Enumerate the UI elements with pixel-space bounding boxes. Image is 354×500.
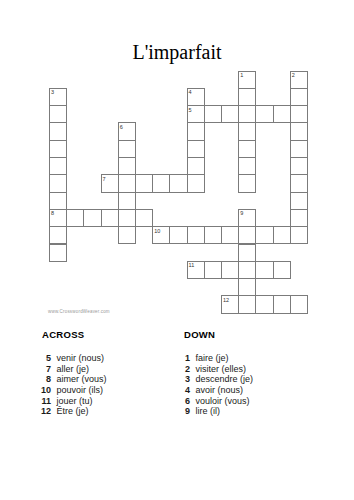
grid-cell-r3c4: 6 [118, 122, 136, 140]
grid-cell-r6c5 [135, 174, 153, 192]
grid-cell-r9c7 [169, 226, 187, 244]
across-clue-5: 5venir (nous) [38, 353, 178, 364]
grid-cell-r13c10: 12 [221, 295, 239, 313]
down-clue-9: 9lire (il) [180, 406, 330, 417]
grid-cell-r11c9 [204, 261, 222, 279]
down-header: DOWN [184, 330, 330, 340]
cell-number-11: 11 [189, 262, 195, 268]
grid-cell-r0c14: 2 [290, 71, 308, 89]
cell-number-4: 4 [189, 89, 192, 95]
across-clue-number-5: 5 [38, 353, 51, 363]
cell-number-10: 10 [154, 228, 160, 234]
grid-cell-r11c8: 11 [187, 261, 205, 279]
grid-cell-r8c2 [83, 209, 101, 227]
across-section: ACROSS 5venir (nous)7aller (je)8aimer (v… [38, 330, 178, 417]
grid-cell-r6c7 [169, 174, 187, 192]
grid-cell-r2c9 [204, 105, 222, 123]
grid-cell-r9c14 [290, 226, 308, 244]
grid-cell-r6c3: 7 [101, 174, 119, 192]
across-header: ACROSS [42, 330, 178, 340]
grid-cell-r9c4 [118, 226, 136, 244]
grid-cell-r9c0 [49, 226, 67, 244]
across-clue-text-7: aller (je) [57, 364, 90, 374]
grid-cell-r4c0 [49, 140, 67, 158]
grid-cell-r4c4 [118, 140, 136, 158]
grid-cell-r2c0 [49, 105, 67, 123]
grid-cell-r9c12 [255, 226, 273, 244]
grid-cell-r2c11 [238, 105, 256, 123]
down-clue-number-4: 4 [180, 385, 190, 395]
across-clue-list: 5venir (nous)7aller (je)8aimer (vous)10p… [38, 353, 178, 417]
grid-cell-r8c11: 9 [238, 209, 256, 227]
down-clue-text-4: avoir (nous) [196, 385, 244, 395]
grid-cell-r8c1 [66, 209, 84, 227]
grid-cell-r13c14 [290, 295, 308, 313]
grid-cell-r2c8: 5 [187, 105, 205, 123]
puzzle-title: L'imparfait [0, 42, 354, 62]
grid-cell-r5c0 [49, 157, 67, 175]
grid-cell-r12c11 [238, 278, 256, 296]
down-clue-number-3: 3 [180, 374, 190, 384]
grid-cell-r2c10 [221, 105, 239, 123]
across-clue-8: 8aimer (vous) [38, 374, 178, 385]
grid-cell-r4c11 [238, 140, 256, 158]
grid-cell-r2c13 [273, 105, 291, 123]
across-clue-number-8: 8 [38, 374, 51, 384]
cell-number-8: 8 [51, 210, 54, 216]
across-clue-12: 12Être (je) [38, 406, 178, 417]
grid-cell-r5c8 [187, 157, 205, 175]
across-clue-number-12: 12 [38, 406, 51, 416]
grid-cell-r2c12 [255, 105, 273, 123]
grid-cell-r11c11 [238, 261, 256, 279]
down-clue-text-3: descendre (je) [196, 374, 254, 384]
cell-number-2: 2 [292, 72, 295, 78]
grid-cell-r9c9 [204, 226, 222, 244]
across-clue-number-10: 10 [38, 385, 51, 395]
down-clue-3: 3descendre (je) [180, 374, 330, 385]
grid-cell-r2c14 [290, 105, 308, 123]
grid-cell-r3c8 [187, 122, 205, 140]
grid-cell-r9c13 [273, 226, 291, 244]
grid-cell-r11c12 [255, 261, 273, 279]
down-section: DOWN 1faire (je)2visiter (elles)3descend… [180, 330, 330, 417]
across-clue-text-12: Être (je) [57, 406, 89, 416]
cell-number-6: 6 [120, 124, 123, 130]
grid-cell-r10c0 [49, 244, 67, 262]
watermark-url: www.CrosswordWeaver.com [48, 309, 110, 314]
cell-number-9: 9 [240, 210, 243, 216]
grid-cell-r6c6 [152, 174, 170, 192]
cell-number-1: 1 [240, 72, 243, 78]
grid-cell-r6c0 [49, 174, 67, 192]
grid-cell-r9c11 [238, 226, 256, 244]
down-clue-text-6: vouloir (vous) [196, 396, 250, 406]
across-clue-11: 11jouer (tu) [38, 396, 178, 407]
across-clue-number-11: 11 [38, 396, 51, 406]
down-clue-text-9: lire (il) [196, 406, 221, 416]
grid-cell-r6c4 [118, 174, 136, 192]
down-clue-text-2: visiter (elles) [196, 364, 247, 374]
grid-cell-r8c5 [135, 209, 153, 227]
grid-cell-r1c8: 4 [187, 88, 205, 106]
across-clue-number-7: 7 [38, 364, 51, 374]
grid-cell-r1c0: 3 [49, 88, 67, 106]
grid-cell-r10c11 [238, 244, 256, 262]
page-root: L'imparfait 123456789101112 www.Crosswor… [0, 0, 354, 500]
down-clue-text-1: faire (je) [196, 353, 229, 363]
down-clue-list: 1faire (je)2visiter (elles)3descendre (j… [180, 353, 330, 417]
grid-cell-r8c3 [101, 209, 119, 227]
grid-cell-r7c14 [290, 192, 308, 210]
grid-cell-r4c14 [290, 140, 308, 158]
grid-cell-r11c13 [273, 261, 291, 279]
grid-cell-r6c11 [238, 174, 256, 192]
down-clue-number-2: 2 [180, 364, 190, 374]
grid-cell-r9c8 [187, 226, 205, 244]
down-clue-6: 6vouloir (vous) [180, 396, 330, 407]
grid-cell-r8c14 [290, 209, 308, 227]
grid-cell-r7c4 [118, 192, 136, 210]
grid-cell-r9c10 [221, 226, 239, 244]
down-clue-number-9: 9 [180, 406, 190, 416]
across-clue-text-11: jouer (tu) [57, 396, 93, 406]
down-clue-2: 2visiter (elles) [180, 364, 330, 375]
grid-cell-r1c14 [290, 88, 308, 106]
grid-cell-r5c11 [238, 157, 256, 175]
across-clue-text-10: pouvoir (ils) [57, 385, 104, 395]
grid-cell-r8c4 [118, 209, 136, 227]
cell-number-5: 5 [189, 107, 192, 113]
down-clue-number-6: 6 [180, 396, 190, 406]
across-clue-text-8: aimer (vous) [57, 374, 107, 384]
grid-cell-r5c14 [290, 157, 308, 175]
grid-cell-r6c14 [290, 174, 308, 192]
grid-cell-r5c4 [118, 157, 136, 175]
down-clue-number-1: 1 [180, 353, 190, 363]
across-clue-10: 10pouvoir (ils) [38, 385, 178, 396]
grid-cell-r6c8 [187, 174, 205, 192]
grid-cell-r8c0: 8 [49, 209, 67, 227]
across-clue-7: 7aller (je) [38, 364, 178, 375]
grid-cell-r7c0 [49, 192, 67, 210]
across-clue-text-5: venir (nous) [57, 353, 105, 363]
grid-cell-r3c14 [290, 122, 308, 140]
cell-number-12: 12 [223, 297, 229, 303]
cell-number-7: 7 [103, 176, 106, 182]
grid-cell-r13c11 [238, 295, 256, 313]
grid-cell-r11c10 [221, 261, 239, 279]
cell-number-3: 3 [51, 89, 54, 95]
down-clue-4: 4avoir (nous) [180, 385, 330, 396]
grid-cell-r3c11 [238, 122, 256, 140]
grid-cell-r1c11 [238, 88, 256, 106]
crossword-grid: 123456789101112 [49, 71, 308, 314]
grid-cell-r0c11: 1 [238, 71, 256, 89]
grid-cell-r13c13 [273, 295, 291, 313]
down-clue-1: 1faire (je) [180, 353, 330, 364]
grid-cell-r9c6: 10 [152, 226, 170, 244]
grid-cell-r4c8 [187, 140, 205, 158]
grid-cell-r3c0 [49, 122, 67, 140]
grid-cell-r13c12 [255, 295, 273, 313]
